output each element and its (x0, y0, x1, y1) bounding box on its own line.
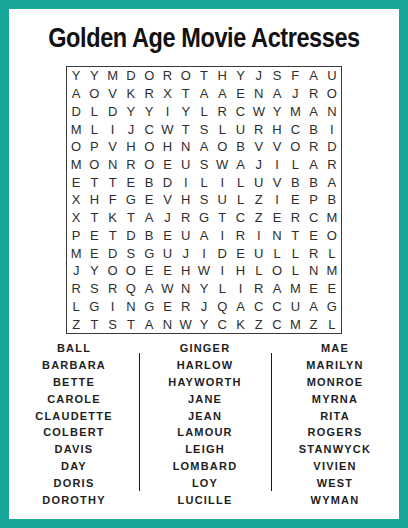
grid-cell[interactable]: C (231, 102, 249, 120)
grid-cell[interactable]: V (250, 138, 268, 156)
grid-cell[interactable]: A (195, 85, 213, 103)
grid-cell[interactable]: E (304, 280, 322, 298)
grid-cell[interactable]: B (323, 191, 341, 209)
grid-cell[interactable]: H (268, 120, 286, 138)
grid-cell[interactable]: R (304, 85, 322, 103)
grid-cell[interactable]: M (286, 280, 304, 298)
grid-cell[interactable]: A (304, 156, 322, 174)
grid-cell[interactable]: J (286, 85, 304, 103)
word-column-3: MAEMARILYNMONROEMYRNARITAROGERSSTANWYCKV… (271, 340, 399, 509)
grid-cell[interactable]: L (85, 120, 103, 138)
grid-cell[interactable]: L (195, 173, 213, 191)
word-list-item: HARLOW (139, 357, 271, 374)
grid-cell[interactable]: V (268, 173, 286, 191)
grid-cell[interactable]: I (177, 173, 195, 191)
grid-cell[interactable]: O (268, 262, 286, 280)
grid-cell[interactable]: S (195, 120, 213, 138)
grid-cell[interactable]: Y (231, 67, 249, 85)
word-column-1: BALLBARBARABETTECAROLECLAUDETTECOLBERTDA… (9, 340, 139, 509)
grid-cell[interactable]: R (250, 280, 268, 298)
grid-cell[interactable]: R (177, 209, 195, 227)
grid-cell[interactable]: N (177, 280, 195, 298)
grid-cell[interactable]: H (177, 262, 195, 280)
grid-cell[interactable]: Y (85, 67, 103, 85)
grid-cell[interactable]: Y (67, 67, 85, 85)
grid-cell[interactable]: E (158, 227, 176, 245)
word-list-item: LOMBARD (139, 458, 271, 475)
grid-cell[interactable]: R (158, 67, 176, 85)
grid-cell[interactable]: G (85, 298, 103, 316)
grid-cell[interactable]: R (177, 298, 195, 316)
grid-cell[interactable]: I (195, 244, 213, 262)
word-list-item: COLBERT (9, 424, 139, 441)
grid-cell[interactable]: D (158, 173, 176, 191)
grid-cell[interactable]: T (85, 209, 103, 227)
grid-cell[interactable]: U (231, 120, 249, 138)
grid-cell[interactable]: F (104, 191, 122, 209)
grid-cell[interactable]: P (85, 138, 103, 156)
word-list-item: JANE (139, 391, 271, 408)
grid-cell[interactable]: N (104, 156, 122, 174)
grid-cell[interactable]: A (231, 298, 249, 316)
word-search-grid: YYMDOROTHYJSFAUAOVKRXTAAENAJRODLDYYIYLRC… (66, 66, 342, 334)
grid-cell[interactable]: L (231, 191, 249, 209)
grid-cell[interactable]: C (268, 315, 286, 333)
grid-cell[interactable]: O (122, 262, 140, 280)
grid-cell[interactable]: O (85, 156, 103, 174)
word-list-item: LAMOUR (139, 424, 271, 441)
grid-cell[interactable]: E (304, 227, 322, 245)
grid-cell[interactable]: Z (250, 209, 268, 227)
grid-cell[interactable]: N (268, 227, 286, 245)
grid-cell[interactable]: J (122, 120, 140, 138)
grid-cell[interactable]: E (286, 191, 304, 209)
grid-cell[interactable]: B (231, 138, 249, 156)
grid-cell[interactable]: S (85, 280, 103, 298)
grid-cell[interactable]: G (140, 298, 158, 316)
grid-cell[interactable]: B (140, 227, 158, 245)
word-list-item: MYRNA (271, 391, 399, 408)
grid-cell[interactable]: R (250, 120, 268, 138)
grid-cell[interactable]: A (140, 280, 158, 298)
word-list-item: LEIGH (139, 441, 271, 458)
grid-cell[interactable]: M (104, 67, 122, 85)
grid-cell[interactable]: P (304, 191, 322, 209)
grid-cell[interactable]: A (213, 85, 231, 103)
word-list-item: MONROE (271, 374, 399, 391)
grid-cell[interactable]: Q (122, 280, 140, 298)
grid-cell[interactable]: N (304, 262, 322, 280)
grid-cell[interactable]: R (104, 280, 122, 298)
word-list-item: MAE (271, 340, 399, 357)
grid-cell[interactable]: J (250, 156, 268, 174)
grid-cell[interactable]: X (158, 85, 176, 103)
word-list-item: STANWYCK (271, 441, 399, 458)
grid-cell[interactable]: U (250, 244, 268, 262)
grid-cell[interactable]: D (122, 67, 140, 85)
word-list-item: BETTE (9, 374, 139, 391)
grid-cell[interactable]: A (195, 227, 213, 245)
grid-cell[interactable]: U (213, 191, 231, 209)
grid-cell[interactable]: M (286, 102, 304, 120)
grid-cell[interactable]: A (304, 67, 322, 85)
grid-cell[interactable]: M (67, 156, 85, 174)
grid-cell[interactable]: G (122, 191, 140, 209)
grid-cell[interactable]: L (213, 280, 231, 298)
grid-cell[interactable]: B (286, 173, 304, 191)
grid-cell[interactable]: O (213, 138, 231, 156)
word-list-item: MARILYN (271, 357, 399, 374)
grid-cell[interactable]: A (67, 85, 85, 103)
grid-cell[interactable]: Y (268, 102, 286, 120)
grid-cell[interactable]: Y (195, 315, 213, 333)
grid-cell[interactable]: N (177, 138, 195, 156)
grid-cell[interactable]: D (104, 244, 122, 262)
grid-cell[interactable]: G (195, 209, 213, 227)
word-list-item: BALL (9, 340, 139, 357)
grid-cell[interactable]: M (286, 315, 304, 333)
word-list-item: WEST (271, 475, 399, 492)
word-list-item: LUCILLE (139, 492, 271, 509)
grid-cell[interactable]: A (140, 209, 158, 227)
grid-cell[interactable]: E (122, 173, 140, 191)
grid-cell[interactable]: H (85, 191, 103, 209)
word-list-item: DAY (9, 458, 139, 475)
grid-cell[interactable]: L (85, 102, 103, 120)
word-list-item: BARBARA (9, 357, 139, 374)
grid-cell[interactable]: J (67, 262, 85, 280)
grid-cell[interactable]: J (195, 298, 213, 316)
grid-cell[interactable]: K (231, 315, 249, 333)
grid-cell[interactable]: H (231, 262, 249, 280)
grid-cell[interactable]: U (250, 173, 268, 191)
grid-cell[interactable]: N (122, 298, 140, 316)
word-list-item: VIVIEN (271, 458, 399, 475)
grid-cell[interactable]: T (122, 209, 140, 227)
grid-cell[interactable]: V (104, 85, 122, 103)
grid-cell[interactable]: I (158, 102, 176, 120)
grid-cell[interactable]: Q (213, 298, 231, 316)
grid-cell[interactable]: M (67, 120, 85, 138)
grid-cell[interactable]: D (67, 102, 85, 120)
grid-cell[interactable]: U (177, 156, 195, 174)
grid-cell[interactable]: R (213, 102, 231, 120)
grid-cell[interactable]: S (195, 156, 213, 174)
grid-cell[interactable]: L (323, 244, 341, 262)
grid-cell[interactable]: A (231, 156, 249, 174)
puzzle-title: Golden Age Movie Actresses (40, 22, 368, 54)
grid-cell[interactable]: M (67, 244, 85, 262)
grid-cell[interactable]: L (195, 102, 213, 120)
grid-cell[interactable]: E (231, 85, 249, 103)
grid-cell[interactable]: C (231, 209, 249, 227)
grid-cell[interactable]: I (268, 191, 286, 209)
grid-cell[interactable]: A (195, 138, 213, 156)
grid-cell[interactable]: E (268, 209, 286, 227)
grid-cell[interactable]: C (286, 120, 304, 138)
grid-cell[interactable]: R (140, 85, 158, 103)
grid-cell[interactable]: B (304, 120, 322, 138)
grid-cell[interactable]: E (231, 244, 249, 262)
word-list-item: DORIS (9, 475, 139, 492)
grid-cell[interactable]: Z (250, 191, 268, 209)
grid-cell[interactable]: V (268, 138, 286, 156)
grid-cell[interactable]: S (195, 191, 213, 209)
word-list-item: DAVIS (9, 441, 139, 458)
grid-cell[interactable]: U (323, 67, 341, 85)
grid-cell[interactable]: L (286, 262, 304, 280)
grid-cell[interactable]: O (85, 85, 103, 103)
grid-cell[interactable]: H (158, 138, 176, 156)
grid-cell[interactable]: E (158, 156, 176, 174)
grid-cell[interactable]: V (158, 191, 176, 209)
grid-cell[interactable]: A (304, 102, 322, 120)
grid-cell[interactable]: U (286, 298, 304, 316)
word-list-item: JEAN (139, 408, 271, 425)
grid-cell[interactable]: L (213, 120, 231, 138)
grid-cell[interactable]: G (323, 298, 341, 316)
word-list-item: DOROTHY (9, 492, 139, 509)
grid-cell[interactable]: O (140, 67, 158, 85)
grid-cell[interactable]: L (286, 244, 304, 262)
grid-cell[interactable]: F (286, 67, 304, 85)
grid-cell[interactable]: I (213, 262, 231, 280)
grid-cell[interactable]: I (213, 173, 231, 191)
grid-cell[interactable]: T (286, 227, 304, 245)
word-list-item: CAROLE (9, 391, 139, 408)
grid-cell[interactable]: S (122, 244, 140, 262)
grid-cell[interactable]: O (177, 67, 195, 85)
grid-cell[interactable]: H (122, 138, 140, 156)
grid-cell[interactable]: K (122, 85, 140, 103)
grid-cell[interactable]: E (67, 173, 85, 191)
grid-cell[interactable]: O (140, 138, 158, 156)
grid-cell[interactable]: Y (177, 102, 195, 120)
grid-cell[interactable]: X (67, 191, 85, 209)
grid-cell[interactable]: T (213, 209, 231, 227)
grid-cell[interactable]: O (323, 227, 341, 245)
grid-cell[interactable]: L (231, 173, 249, 191)
grid-cell[interactable]: T (85, 173, 103, 191)
grid-cell[interactable]: I (323, 120, 341, 138)
grid-cell[interactable]: T (195, 67, 213, 85)
grid-cell[interactable]: O (104, 262, 122, 280)
grid-cell[interactable]: W (177, 315, 195, 333)
grid-cell[interactable]: O (67, 138, 85, 156)
grid-cell[interactable]: T (122, 315, 140, 333)
grid-cell[interactable]: B (140, 173, 158, 191)
grid-cell[interactable]: V (104, 138, 122, 156)
grid-cell[interactable]: M (323, 209, 341, 227)
grid-cell[interactable]: A (140, 315, 158, 333)
grid-cell[interactable]: B (304, 173, 322, 191)
grid-cell[interactable]: I (213, 227, 231, 245)
grid-cell[interactable]: N (250, 85, 268, 103)
grid-cell[interactable]: S (104, 315, 122, 333)
grid-cell[interactable]: I (268, 156, 286, 174)
word-list-item: ROGERS (271, 424, 399, 441)
grid-cell[interactable]: D (323, 138, 341, 156)
grid-cell[interactable]: T (104, 173, 122, 191)
grid-cell[interactable]: Z (304, 315, 322, 333)
grid-cell[interactable]: M (323, 262, 341, 280)
grid-cell[interactable]: A (268, 85, 286, 103)
grid-cell[interactable]: E (158, 262, 176, 280)
grid-cell[interactable]: Z (67, 315, 85, 333)
grid-cell[interactable]: T (177, 120, 195, 138)
grid-cell[interactable]: O (286, 138, 304, 156)
grid-cell[interactable]: L (67, 298, 85, 316)
grid-cell[interactable]: R (286, 209, 304, 227)
word-list-item: RITA (271, 408, 399, 425)
grid-cell[interactable]: L (286, 156, 304, 174)
grid-cell[interactable]: A (304, 298, 322, 316)
grid-cell[interactable]: E (140, 262, 158, 280)
grid-cell[interactable]: R (122, 156, 140, 174)
word-search-page: Golden Age Movie Actresses YYMDOROTHYJSF… (0, 0, 408, 528)
grid-cell[interactable]: W (158, 120, 176, 138)
grid-cell[interactable]: J (177, 244, 195, 262)
grid-cell[interactable]: E (323, 280, 341, 298)
grid-cell[interactable]: A (323, 173, 341, 191)
grid-cell[interactable]: W (158, 280, 176, 298)
grid-cell[interactable]: R (231, 227, 249, 245)
grid-cell[interactable]: I (231, 280, 249, 298)
word-list-item: LOY (139, 475, 271, 492)
grid-cell[interactable]: O (323, 85, 341, 103)
grid-cell[interactable]: E (158, 298, 176, 316)
grid-cell[interactable]: J (158, 209, 176, 227)
word-list: BALLBARBARABETTECAROLECLAUDETTECOLBERTDA… (9, 340, 399, 509)
grid-cell[interactable]: J (250, 67, 268, 85)
grid-cell[interactable]: I (104, 120, 122, 138)
grid-cell[interactable]: G (140, 244, 158, 262)
grid-cell[interactable]: K (104, 209, 122, 227)
grid-cell[interactable]: T (104, 227, 122, 245)
grid-cell[interactable]: C (304, 209, 322, 227)
grid-cell[interactable]: T (177, 85, 195, 103)
word-list-item: WYMAN (271, 492, 399, 509)
grid-cell[interactable]: S (268, 67, 286, 85)
grid-cell[interactable]: U (177, 227, 195, 245)
grid-cell[interactable]: C (213, 315, 231, 333)
grid-cell[interactable]: Y (122, 102, 140, 120)
grid-cell[interactable]: C (268, 298, 286, 316)
grid-cell[interactable]: E (85, 227, 103, 245)
grid-cell[interactable]: H (177, 191, 195, 209)
grid-cell[interactable]: D (104, 102, 122, 120)
grid-cell[interactable]: C (250, 298, 268, 316)
word-list-item: HAYWORTH (139, 374, 271, 391)
grid-cell[interactable]: Y (85, 262, 103, 280)
grid-cell[interactable]: N (158, 315, 176, 333)
grid-cell[interactable]: Y (140, 102, 158, 120)
grid-cell[interactable]: E (85, 244, 103, 262)
grid-cell[interactable]: X (67, 209, 85, 227)
grid-cell[interactable]: T (85, 315, 103, 333)
grid-cell[interactable]: N (323, 102, 341, 120)
word-column-2: GINGERHARLOWHAYWORTHJANEJEANLAMOURLEIGHL… (139, 340, 271, 509)
grid-cell[interactable]: R (304, 244, 322, 262)
grid-cell[interactable]: D (122, 227, 140, 245)
grid-cell[interactable]: W (213, 156, 231, 174)
grid-cell[interactable]: Y (195, 280, 213, 298)
grid-cell[interactable]: A (268, 280, 286, 298)
grid-cell[interactable]: L (268, 244, 286, 262)
grid-cell[interactable]: D (213, 244, 231, 262)
grid-cell[interactable]: I (250, 227, 268, 245)
grid-cell[interactable]: I (104, 298, 122, 316)
word-list-item: CLAUDETTE (9, 408, 139, 425)
grid-cell[interactable]: C (140, 120, 158, 138)
word-list-item: GINGER (139, 340, 271, 357)
grid-cell[interactable]: P (67, 227, 85, 245)
grid-cell[interactable]: L (323, 315, 341, 333)
grid-cell[interactable]: Z (250, 315, 268, 333)
grid-cell[interactable]: H (213, 67, 231, 85)
grid-cell[interactable]: R (323, 156, 341, 174)
grid-cell[interactable]: U (158, 244, 176, 262)
grid-cell[interactable]: W (195, 262, 213, 280)
grid-cell[interactable]: O (140, 156, 158, 174)
grid-cell[interactable]: L (250, 262, 268, 280)
grid-cell[interactable]: R (67, 280, 85, 298)
grid-cell[interactable]: E (140, 191, 158, 209)
grid-cell[interactable]: W (250, 102, 268, 120)
grid-cell[interactable]: R (304, 138, 322, 156)
